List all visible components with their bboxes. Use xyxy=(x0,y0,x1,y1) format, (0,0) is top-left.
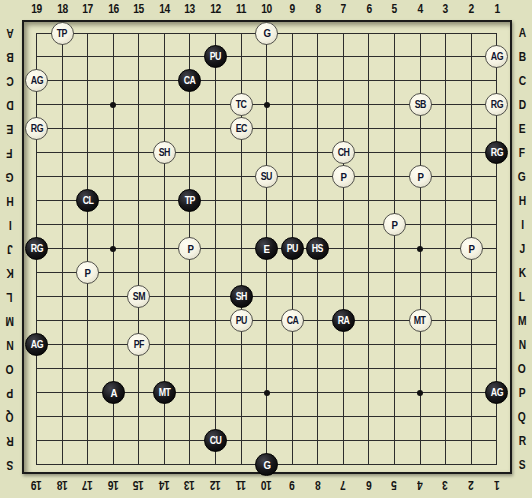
coord-label-bottom: 9 xyxy=(280,477,304,493)
coord-label-bottom: 7 xyxy=(331,477,355,493)
coord-label-right: S xyxy=(514,457,530,473)
stone-label: G xyxy=(263,27,270,39)
coord-label-left: F xyxy=(2,145,18,161)
coord-text: D xyxy=(519,97,526,113)
coord-text: 2 xyxy=(469,1,474,17)
stone-label: TP xyxy=(57,28,67,39)
grid-line-horizontal xyxy=(36,344,497,345)
coord-text: 18 xyxy=(57,1,68,17)
stone-label: P xyxy=(468,243,474,255)
coord-text: A xyxy=(7,25,14,41)
coord-text: 17 xyxy=(82,1,93,17)
coord-label-bottom: 2 xyxy=(459,477,483,493)
stone-black-a-16P[interactable]: A xyxy=(102,381,125,404)
coord-text: S xyxy=(7,457,13,473)
coord-text: B xyxy=(519,49,526,65)
stone-label: CA xyxy=(184,75,196,86)
coord-text: S xyxy=(519,457,525,473)
stone-label: RG xyxy=(491,99,503,110)
coord-label-bottom: 11 xyxy=(229,477,253,493)
star-point xyxy=(264,390,270,396)
coord-text: L xyxy=(519,289,525,305)
stone-black-cu-12R[interactable]: CU xyxy=(204,429,227,452)
coord-text: G xyxy=(518,169,526,185)
coord-label-bottom: 18 xyxy=(50,477,74,493)
coord-label-right: F xyxy=(514,145,530,161)
coord-label-left: P xyxy=(2,385,18,401)
coord-label-bottom: 15 xyxy=(127,477,151,493)
coord-label-top: 13 xyxy=(178,1,202,17)
coord-label-left: Q xyxy=(2,409,18,425)
coord-label-top: 1 xyxy=(485,1,509,17)
grid-line-vertical xyxy=(394,33,395,466)
stone-white-ec-11E[interactable]: EC xyxy=(230,117,253,140)
coord-label-bottom: 4 xyxy=(408,477,432,493)
stone-label: G xyxy=(263,459,270,471)
coord-label-right: M xyxy=(514,313,530,329)
coord-text: 4 xyxy=(417,1,422,17)
coord-label-left: G xyxy=(2,169,18,185)
coord-text: R xyxy=(519,433,526,449)
stone-label: MT xyxy=(159,387,171,398)
stone-label: CA xyxy=(286,315,298,326)
coord-label-right: B xyxy=(514,49,530,65)
coord-label-right: O xyxy=(514,361,530,377)
stone-white-tp-18A[interactable]: TP xyxy=(51,22,74,45)
stone-white-ca-9M[interactable]: CA xyxy=(281,309,304,332)
stone-label: PF xyxy=(134,339,144,350)
grid-line-horizontal xyxy=(36,368,497,369)
stone-label: CU xyxy=(210,435,222,446)
coord-text: 16 xyxy=(108,1,119,17)
coord-text: 8 xyxy=(315,1,320,17)
star-point xyxy=(110,246,116,252)
coord-label-top: 3 xyxy=(434,1,458,17)
stone-label: PU xyxy=(210,51,221,62)
coord-label-bottom: 1 xyxy=(485,477,509,493)
coord-text: 4 xyxy=(417,477,422,493)
coord-text: 14 xyxy=(159,1,170,17)
coord-label-bottom: 19 xyxy=(25,477,49,493)
coord-text: 6 xyxy=(366,477,371,493)
coord-text: C xyxy=(7,73,14,89)
coord-text: 14 xyxy=(159,477,170,493)
coord-text: N xyxy=(7,337,14,353)
coord-text: 13 xyxy=(185,477,196,493)
coord-label-left: E xyxy=(2,121,18,137)
coord-label-top: 12 xyxy=(203,1,227,17)
coord-text: L xyxy=(7,289,13,305)
coord-label-right: L xyxy=(514,289,530,305)
stone-black-sh-11L[interactable]: SH xyxy=(230,285,253,308)
coord-text: 10 xyxy=(261,477,272,493)
stone-label: SM xyxy=(133,291,145,302)
stone-white-g-10A[interactable]: G xyxy=(255,22,278,45)
coord-text: 7 xyxy=(341,477,346,493)
grid-line-horizontal xyxy=(36,272,497,273)
coord-label-left: L xyxy=(2,289,18,305)
coord-text: 15 xyxy=(133,1,144,17)
coord-text: 3 xyxy=(443,477,448,493)
coord-text: B xyxy=(7,49,14,65)
coord-text: Q xyxy=(518,409,526,425)
coord-label-top: 17 xyxy=(76,1,100,17)
coord-label-bottom: 12 xyxy=(203,477,227,493)
coord-label-left: H xyxy=(2,193,18,209)
coord-text: O xyxy=(518,361,526,377)
coord-label-top: 5 xyxy=(382,1,406,17)
coord-label-left: N xyxy=(2,337,18,353)
coord-label-top: 8 xyxy=(306,1,330,17)
stone-label: SB xyxy=(414,99,425,110)
star-point xyxy=(417,390,423,396)
stone-label: A xyxy=(110,387,116,399)
stone-label: AG xyxy=(30,75,42,86)
coord-label-bottom: 8 xyxy=(306,477,330,493)
coord-text: 17 xyxy=(82,477,93,493)
stone-label: PU xyxy=(235,315,246,326)
coord-text: H xyxy=(7,193,14,209)
coord-text: 5 xyxy=(392,477,397,493)
stone-label: P xyxy=(85,267,91,279)
coord-text: 13 xyxy=(185,1,196,17)
stone-label: MT xyxy=(414,315,426,326)
coord-label-left: J xyxy=(2,241,18,257)
coord-label-right: D xyxy=(514,97,530,113)
grid-line-horizontal xyxy=(36,416,497,417)
stone-label: TP xyxy=(185,195,195,206)
coord-text: C xyxy=(519,73,526,89)
coord-text: 19 xyxy=(31,477,42,493)
stone-white-p-2J[interactable]: P xyxy=(460,237,483,260)
coord-text: R xyxy=(7,433,14,449)
coord-text: 5 xyxy=(392,1,397,17)
coord-text: 12 xyxy=(210,477,221,493)
coord-label-left: O xyxy=(2,361,18,377)
coord-text: F xyxy=(7,145,13,161)
coord-label-right: J xyxy=(514,241,530,257)
coord-label-left: A xyxy=(2,25,18,41)
stone-label: AG xyxy=(30,339,42,350)
coord-label-right: C xyxy=(514,73,530,89)
coord-text: A xyxy=(519,25,526,41)
coord-text: 8 xyxy=(315,477,320,493)
stone-label: EC xyxy=(235,123,246,134)
coord-label-top: 18 xyxy=(50,1,74,17)
coord-text: 12 xyxy=(210,1,221,17)
coord-text: Q xyxy=(6,409,14,425)
coord-text: 9 xyxy=(290,477,295,493)
stone-label: RG xyxy=(30,123,42,134)
coord-label-right: R xyxy=(514,433,530,449)
stone-black-ra-7M[interactable]: RA xyxy=(332,309,355,332)
coord-text: 7 xyxy=(341,1,346,17)
coord-text: 16 xyxy=(108,477,119,493)
coord-text: G xyxy=(6,169,14,185)
coord-text: 2 xyxy=(469,477,474,493)
grid-line-horizontal xyxy=(36,296,497,297)
coord-label-right: N xyxy=(514,337,530,353)
coord-label-top: 15 xyxy=(127,1,151,17)
stone-label: CH xyxy=(337,147,349,158)
stone-label: RG xyxy=(30,243,42,254)
coord-text: M xyxy=(518,313,526,329)
coord-text: O xyxy=(6,361,14,377)
coord-text: 3 xyxy=(443,1,448,17)
coord-label-top: 10 xyxy=(255,1,279,17)
stone-white-sb-4D[interactable]: SB xyxy=(409,93,432,116)
coord-text: E xyxy=(519,121,525,137)
coord-label-left: I xyxy=(2,217,18,233)
coord-text: M xyxy=(6,313,14,329)
coord-label-left: S xyxy=(2,457,18,473)
stone-black-mt-14P[interactable]: MT xyxy=(153,381,176,404)
stone-label: SH xyxy=(159,147,170,158)
coord-text: D xyxy=(7,97,14,113)
stone-white-pu-11M[interactable]: PU xyxy=(230,309,253,332)
stone-label: P xyxy=(417,171,423,183)
coord-text: J xyxy=(7,241,12,257)
coord-text: K xyxy=(7,265,14,281)
coord-text: 6 xyxy=(366,1,371,17)
grid-line-vertical xyxy=(343,33,344,466)
coord-text: E xyxy=(7,121,13,137)
coord-label-bottom: 16 xyxy=(101,477,125,493)
coord-text: I xyxy=(521,217,523,233)
stone-white-mt-4M[interactable]: MT xyxy=(409,309,432,332)
stone-white-tc-11D[interactable]: TC xyxy=(230,93,253,116)
coord-label-bottom: 5 xyxy=(382,477,406,493)
coord-label-left: M xyxy=(2,313,18,329)
coord-label-right: A xyxy=(514,25,530,41)
coord-label-bottom: 3 xyxy=(434,477,458,493)
coord-label-bottom: 6 xyxy=(357,477,381,493)
stone-black-pu-9J[interactable]: PU xyxy=(281,237,304,260)
coord-text: J xyxy=(519,241,524,257)
coord-text: 11 xyxy=(236,477,246,493)
coord-label-top: 4 xyxy=(408,1,432,17)
grid-line-vertical xyxy=(368,33,369,466)
coord-text: F xyxy=(519,145,525,161)
stone-label: E xyxy=(264,243,270,255)
coord-label-left: K xyxy=(2,265,18,281)
coord-label-top: 7 xyxy=(331,1,355,17)
coord-text: H xyxy=(519,193,526,209)
stone-label: CL xyxy=(82,195,93,206)
stone-label: RA xyxy=(337,315,349,326)
coord-label-left: D xyxy=(2,97,18,113)
coord-text: N xyxy=(519,337,526,353)
stone-label: PU xyxy=(287,243,298,254)
coord-label-bottom: 17 xyxy=(76,477,100,493)
coord-label-top: 19 xyxy=(25,1,49,17)
coord-text: 11 xyxy=(236,1,246,17)
stone-label: SU xyxy=(261,171,272,182)
stone-label: P xyxy=(391,219,397,231)
coord-label-right: G xyxy=(514,169,530,185)
coord-label-top: 11 xyxy=(229,1,253,17)
coord-text: 1 xyxy=(494,477,499,493)
coord-text: P xyxy=(7,385,13,401)
coord-label-right: Q xyxy=(514,409,530,425)
stone-label: SH xyxy=(235,291,246,302)
coord-text: P xyxy=(519,385,525,401)
coord-text: 1 xyxy=(494,1,499,17)
coord-text: 15 xyxy=(133,477,144,493)
coord-label-bottom: 14 xyxy=(152,477,176,493)
coord-label-right: E xyxy=(514,121,530,137)
coord-text: 10 xyxy=(261,1,272,17)
coord-label-right: K xyxy=(514,265,530,281)
stone-label: HS xyxy=(312,243,323,254)
coord-label-top: 2 xyxy=(459,1,483,17)
coord-label-top: 9 xyxy=(280,1,304,17)
coord-text: I xyxy=(9,217,11,233)
coord-text: 19 xyxy=(31,1,42,17)
stone-white-p-4G[interactable]: P xyxy=(409,165,432,188)
grid-line-horizontal xyxy=(36,440,497,441)
stone-label: P xyxy=(340,171,346,183)
coord-text: 18 xyxy=(57,477,68,493)
star-point xyxy=(417,246,423,252)
coord-label-top: 14 xyxy=(152,1,176,17)
stone-label: AG xyxy=(491,387,503,398)
coord-label-right: I xyxy=(514,217,530,233)
stone-label: TC xyxy=(236,99,247,110)
coord-label-left: R xyxy=(2,433,18,449)
stone-label: AG xyxy=(491,51,503,62)
coord-label-bottom: 13 xyxy=(178,477,202,493)
coord-text: 9 xyxy=(290,1,295,17)
coord-text: K xyxy=(519,265,526,281)
star-point xyxy=(264,102,270,108)
go-diagram-screen: TPGPUAGAGCATCSBRGRGECSHCHRGSUPPCLTPPRGPE… xyxy=(0,0,532,498)
stone-label: P xyxy=(187,243,193,255)
coord-label-left: C xyxy=(2,73,18,89)
coord-label-top: 6 xyxy=(357,1,381,17)
grid-line-vertical xyxy=(445,33,446,466)
coord-label-right: P xyxy=(514,385,530,401)
coord-label-top: 16 xyxy=(101,1,125,17)
coord-label-left: B xyxy=(2,49,18,65)
coord-label-right: H xyxy=(514,193,530,209)
coord-label-bottom: 10 xyxy=(255,477,279,493)
stone-label: RG xyxy=(491,147,503,158)
